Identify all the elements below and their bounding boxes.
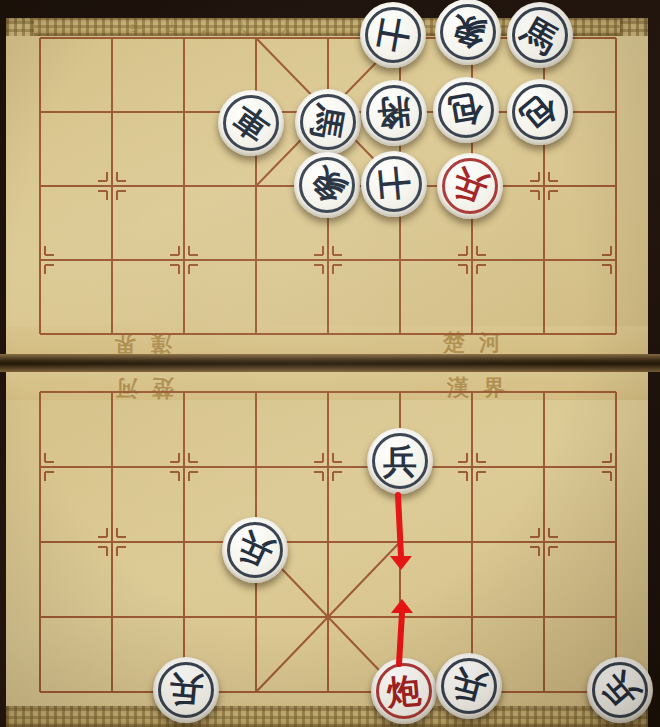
piece-glyph: 包 — [428, 72, 504, 148]
piece-black-士-f5r0[interactable]: 士 — [360, 2, 426, 68]
xiangqi-photo-scene: 丫丫丫 了 卆 卡 漢界 楚河 楚河 漢界 士象馬車馬將包包象士兵兵兵兵炮兵兵 — [0, 0, 660, 727]
board-border-bottom — [6, 706, 648, 727]
piece-glyph: 士 — [355, 0, 431, 73]
piece-black-士-f5r2[interactable]: 士 — [361, 151, 427, 217]
river-label-bottom-left: 楚河 — [102, 373, 174, 403]
piece-glyph: 炮 — [368, 655, 440, 727]
piece-black-象-f6r0[interactable]: 象 — [435, 0, 501, 65]
piece-black-包-f7r1[interactable]: 包 — [507, 79, 573, 145]
piece-glyph: 將 — [358, 77, 430, 149]
river-label-top-left: 漢界 — [100, 328, 172, 358]
piece-black-車-f3r1[interactable]: 車 — [218, 90, 284, 156]
piece-black-將-f5r1[interactable]: 將 — [361, 80, 427, 146]
piece-red-炮-f5r9[interactable]: 炮 — [371, 658, 437, 724]
piece-glyph: 士 — [358, 148, 430, 220]
piece-black-馬-f7r0[interactable]: 馬 — [507, 2, 573, 68]
piece-glyph: 兵 — [150, 654, 222, 726]
board-border-maker-marks: 丫丫丫 了 卆 卡 — [112, 20, 292, 36]
piece-black-兵-f8r9[interactable]: 兵 — [587, 657, 653, 723]
river-label-bottom-right: 漢界 — [447, 373, 519, 403]
board-bottom-half — [6, 400, 648, 706]
board-fold-seam — [0, 354, 660, 372]
piece-glyph: 兵 — [367, 428, 433, 494]
piece-black-兵-f5r6[interactable]: 兵 — [367, 428, 433, 494]
piece-black-象-f4r2[interactable]: 象 — [294, 152, 360, 218]
piece-black-兵-f3r7[interactable]: 兵 — [222, 517, 288, 583]
piece-black-兵-f6r9[interactable]: 兵 — [436, 653, 502, 719]
river-label-top-right: 楚河 — [443, 328, 515, 358]
piece-black-包-f6r1[interactable]: 包 — [433, 77, 499, 143]
piece-red-兵-f6r2[interactable]: 兵 — [437, 153, 503, 219]
piece-black-兵-f2r9[interactable]: 兵 — [153, 657, 219, 723]
